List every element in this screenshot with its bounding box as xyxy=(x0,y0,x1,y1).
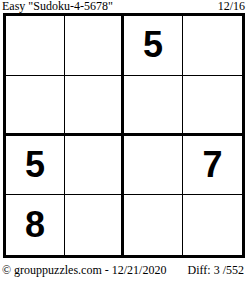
cell-r1c2[interactable] xyxy=(65,16,124,76)
cell-r3c4[interactable]: 7 xyxy=(183,136,242,196)
cell-r3c3[interactable] xyxy=(124,136,183,196)
cell-r4c3[interactable] xyxy=(124,195,183,255)
cell-r2c2[interactable] xyxy=(65,76,124,136)
cell-r2c3[interactable] xyxy=(124,76,183,136)
cell-r3c1[interactable]: 5 xyxy=(6,136,65,196)
cell-r3c2[interactable] xyxy=(65,136,124,196)
cell-r1c4[interactable] xyxy=(183,16,242,76)
copyright-text: © grouppuzzles.com - 12/21/2020 xyxy=(2,263,166,278)
cell-r4c1[interactable]: 8 xyxy=(6,195,65,255)
difficulty-text: Diff: 3 /552 xyxy=(188,263,244,278)
cell-r1c3[interactable]: 5 xyxy=(124,16,183,76)
cell-r4c2[interactable] xyxy=(65,195,124,255)
header: Easy "Sudoku-4-5678" 12/16 xyxy=(2,0,245,13)
cell-r4c4[interactable] xyxy=(183,195,242,255)
cell-r1c1[interactable] xyxy=(6,16,65,76)
sudoku-board: 5 5 7 8 xyxy=(3,13,245,258)
cell-r2c1[interactable] xyxy=(6,76,65,136)
cell-r2c4[interactable] xyxy=(183,76,242,136)
puzzle-title: Easy "Sudoku-4-5678" xyxy=(2,0,113,13)
puzzle-counter: 12/16 xyxy=(218,0,245,13)
sudoku-page: Easy "Sudoku-4-5678" 12/16 5 5 7 8 © gro… xyxy=(0,0,248,282)
footer: © grouppuzzles.com - 12/21/2020 Diff: 3 … xyxy=(2,263,244,278)
